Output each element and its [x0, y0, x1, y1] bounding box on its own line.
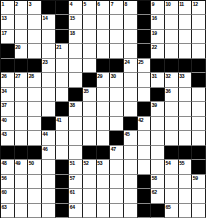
white-cell[interactable]: [138, 146, 152, 160]
white-cell[interactable]: 7: [110, 1, 124, 15]
black-cell: [151, 204, 165, 218]
white-cell[interactable]: [124, 102, 138, 116]
white-cell[interactable]: [138, 160, 152, 174]
clue-number: 10: [166, 1, 171, 7]
white-cell[interactable]: [151, 117, 165, 131]
white-cell[interactable]: [179, 44, 193, 58]
white-cell[interactable]: 51: [69, 160, 83, 174]
white-cell[interactable]: 53: [97, 160, 111, 174]
white-cell[interactable]: [165, 15, 179, 29]
white-cell[interactable]: 30: [110, 73, 124, 87]
white-cell[interactable]: [42, 30, 56, 44]
white-cell[interactable]: [28, 88, 42, 102]
white-cell[interactable]: 17: [1, 30, 15, 44]
clue-number: 60: [2, 189, 7, 195]
white-cell[interactable]: [28, 117, 42, 131]
white-cell[interactable]: 43: [1, 131, 15, 145]
white-cell[interactable]: 34: [1, 88, 15, 102]
white-cell[interactable]: [15, 131, 29, 145]
black-cell: [97, 146, 111, 160]
white-cell[interactable]: [42, 175, 56, 189]
white-cell[interactable]: 57: [69, 175, 83, 189]
clue-number: 57: [70, 175, 75, 181]
white-cell[interactable]: 48: [1, 160, 15, 174]
white-cell[interactable]: [110, 44, 124, 58]
clue-number: 27: [15, 73, 20, 79]
clue-number: 45: [125, 131, 130, 137]
white-cell[interactable]: [97, 44, 111, 58]
white-cell[interactable]: [192, 117, 206, 131]
black-cell: [28, 59, 42, 73]
black-cell: [1, 44, 15, 58]
white-cell[interactable]: [110, 30, 124, 44]
black-cell: [192, 146, 206, 160]
clue-number: 29: [97, 73, 102, 79]
clue-number: 35: [84, 88, 89, 94]
clue-number: 3: [29, 1, 31, 7]
white-cell[interactable]: [69, 44, 83, 58]
clue-number: 5: [84, 1, 86, 7]
clue-number: 11: [179, 1, 184, 7]
black-cell: [179, 146, 193, 160]
white-cell[interactable]: [192, 204, 206, 218]
clue-number: 51: [70, 160, 75, 166]
white-cell[interactable]: 55: [179, 160, 193, 174]
clue-number: 37: [2, 102, 7, 108]
black-cell: [56, 1, 70, 15]
black-cell: [138, 15, 152, 29]
white-cell[interactable]: 61: [69, 189, 83, 203]
white-cell[interactable]: [110, 102, 124, 116]
white-cell[interactable]: 11: [179, 1, 193, 15]
white-cell[interactable]: [110, 88, 124, 102]
clue-number: 34: [2, 88, 7, 94]
clue-number: 7: [111, 1, 113, 7]
white-cell[interactable]: [83, 204, 97, 218]
clue-number: 42: [138, 117, 143, 123]
white-cell[interactable]: [179, 175, 193, 189]
clue-number: 9: [152, 1, 154, 7]
clue-number: 44: [43, 131, 48, 137]
clue-number: 31: [152, 73, 157, 79]
white-cell[interactable]: [179, 15, 193, 29]
white-cell[interactable]: [15, 175, 29, 189]
black-cell: [56, 15, 70, 29]
black-cell: [1, 146, 15, 160]
clue-number: 58: [152, 175, 157, 181]
clue-number: 26: [2, 73, 7, 79]
white-cell[interactable]: 8: [124, 1, 138, 15]
white-cell[interactable]: 59: [192, 175, 206, 189]
clue-number: 13: [2, 15, 7, 21]
black-cell: [110, 131, 124, 145]
white-cell[interactable]: [69, 73, 83, 87]
clue-number: 23: [43, 59, 48, 65]
white-cell[interactable]: [56, 59, 70, 73]
clue-number: 25: [138, 59, 143, 65]
clue-number: 38: [70, 102, 75, 108]
white-cell[interactable]: 40: [1, 117, 15, 131]
clue-number: 50: [29, 160, 34, 166]
white-cell[interactable]: [165, 175, 179, 189]
white-cell[interactable]: 65: [165, 204, 179, 218]
white-cell[interactable]: 10: [165, 1, 179, 15]
black-cell: [28, 146, 42, 160]
white-cell[interactable]: [124, 44, 138, 58]
white-cell[interactable]: [192, 189, 206, 203]
white-cell[interactable]: 33: [179, 73, 193, 87]
white-cell[interactable]: 15: [69, 15, 83, 29]
white-cell[interactable]: 2: [15, 1, 29, 15]
black-cell: [56, 30, 70, 44]
white-cell[interactable]: [110, 189, 124, 203]
black-cell: [69, 88, 83, 102]
white-cell[interactable]: [138, 73, 152, 87]
white-cell[interactable]: [138, 131, 152, 145]
white-cell[interactable]: 58: [151, 175, 165, 189]
clue-number: 17: [2, 30, 7, 36]
white-cell[interactable]: [69, 117, 83, 131]
white-cell[interactable]: [179, 189, 193, 203]
white-cell[interactable]: 44: [42, 131, 56, 145]
white-cell[interactable]: [97, 102, 111, 116]
clue-number: 16: [152, 15, 157, 21]
black-cell: [56, 175, 70, 189]
black-cell: [42, 117, 56, 131]
white-cell[interactable]: 45: [124, 131, 138, 145]
black-cell: [124, 117, 138, 131]
white-cell[interactable]: [192, 44, 206, 58]
white-cell[interactable]: 23: [42, 59, 56, 73]
black-cell: [138, 204, 152, 218]
white-cell[interactable]: [42, 204, 56, 218]
white-cell[interactable]: 12: [192, 1, 206, 15]
white-cell[interactable]: [28, 102, 42, 116]
white-cell[interactable]: [97, 88, 111, 102]
white-cell[interactable]: [28, 189, 42, 203]
black-cell: [56, 189, 70, 203]
white-cell[interactable]: [165, 44, 179, 58]
clue-number: 30: [111, 73, 116, 79]
white-cell[interactable]: [192, 88, 206, 102]
clue-number: 19: [152, 30, 157, 36]
white-cell[interactable]: [110, 204, 124, 218]
white-cell[interactable]: [83, 59, 97, 73]
white-cell[interactable]: 1: [1, 1, 15, 15]
white-cell[interactable]: [179, 88, 193, 102]
black-cell: [138, 30, 152, 44]
white-cell[interactable]: [56, 73, 70, 87]
white-cell[interactable]: [83, 102, 97, 116]
clue-number: 53: [97, 160, 102, 166]
white-cell[interactable]: [124, 146, 138, 160]
white-cell[interactable]: [15, 102, 29, 116]
clue-number: 47: [111, 146, 116, 152]
black-cell: [165, 146, 179, 160]
white-cell[interactable]: [124, 88, 138, 102]
black-cell: [138, 189, 152, 203]
clue-number: 28: [29, 73, 34, 79]
clue-number: 39: [152, 102, 157, 108]
clue-number: 40: [2, 117, 7, 123]
white-cell[interactable]: [42, 102, 56, 116]
white-cell[interactable]: [15, 189, 29, 203]
clue-number: 2: [15, 1, 17, 7]
clue-number: 20: [15, 44, 20, 50]
white-cell[interactable]: 25: [138, 59, 152, 73]
white-cell[interactable]: [110, 15, 124, 29]
white-cell[interactable]: 4: [69, 1, 83, 15]
white-cell[interactable]: [83, 175, 97, 189]
clue-number: 22: [152, 44, 157, 50]
white-cell[interactable]: 52: [83, 160, 97, 174]
black-cell: [192, 160, 206, 174]
white-cell[interactable]: 19: [151, 30, 165, 44]
black-cell: [15, 146, 29, 160]
white-cell[interactable]: [42, 189, 56, 203]
clue-number: 52: [84, 160, 89, 166]
clue-number: 36: [166, 88, 171, 94]
white-cell[interactable]: [97, 15, 111, 29]
white-cell[interactable]: 38: [69, 102, 83, 116]
white-cell[interactable]: [83, 30, 97, 44]
white-cell[interactable]: [69, 59, 83, 73]
clue-number: 54: [166, 160, 171, 166]
white-cell[interactable]: 64: [69, 204, 83, 218]
white-cell[interactable]: [124, 204, 138, 218]
white-cell[interactable]: [15, 15, 29, 29]
white-cell[interactable]: [138, 88, 152, 102]
white-cell[interactable]: [124, 30, 138, 44]
black-cell: [97, 59, 111, 73]
white-cell[interactable]: [179, 30, 193, 44]
white-cell[interactable]: 35: [83, 88, 97, 102]
white-cell[interactable]: [165, 102, 179, 116]
white-cell[interactable]: [124, 175, 138, 189]
white-cell[interactable]: [151, 146, 165, 160]
white-cell[interactable]: [97, 175, 111, 189]
black-cell: [56, 160, 70, 174]
black-cell: [56, 204, 70, 218]
white-cell[interactable]: 3: [28, 1, 42, 15]
white-cell[interactable]: [192, 30, 206, 44]
black-cell: [110, 59, 124, 73]
white-cell[interactable]: 41: [56, 117, 70, 131]
white-cell[interactable]: [97, 189, 111, 203]
white-cell[interactable]: 47: [110, 146, 124, 160]
black-cell: [165, 59, 179, 73]
white-cell[interactable]: [179, 117, 193, 131]
clue-number: 63: [2, 204, 7, 210]
white-cell[interactable]: 50: [28, 160, 42, 174]
clue-number: 8: [125, 1, 127, 7]
white-cell[interactable]: 63: [1, 204, 15, 218]
white-cell[interactable]: 46: [42, 146, 56, 160]
clue-number: 32: [166, 73, 171, 79]
white-cell[interactable]: [42, 44, 56, 58]
clue-number: 6: [97, 1, 99, 7]
black-cell: [15, 59, 29, 73]
white-cell[interactable]: [28, 175, 42, 189]
white-cell[interactable]: [56, 131, 70, 145]
white-cell[interactable]: 24: [124, 59, 138, 73]
white-cell[interactable]: [15, 117, 29, 131]
white-cell[interactable]: [124, 189, 138, 203]
crossword-grid: 1234567891011121314151617181920212223242…: [0, 0, 206, 218]
clue-number: 12: [193, 1, 198, 7]
clue-number: 33: [179, 73, 184, 79]
clue-number: 41: [56, 117, 61, 123]
clue-number: 59: [193, 175, 198, 181]
white-cell[interactable]: [42, 73, 56, 87]
white-cell[interactable]: [28, 30, 42, 44]
white-cell[interactable]: [124, 15, 138, 29]
white-cell[interactable]: [110, 117, 124, 131]
white-cell[interactable]: 5: [83, 1, 97, 15]
black-cell: [138, 44, 152, 58]
black-cell: [83, 73, 97, 87]
white-cell[interactable]: 26: [1, 73, 15, 87]
black-cell: [1, 59, 15, 73]
clue-number: 49: [15, 160, 20, 166]
white-cell[interactable]: 13: [1, 15, 15, 29]
black-cell: [151, 59, 165, 73]
black-cell: [83, 146, 97, 160]
black-cell: [179, 59, 193, 73]
white-cell[interactable]: 36: [165, 88, 179, 102]
clue-number: 4: [70, 1, 72, 7]
white-cell[interactable]: [83, 189, 97, 203]
white-cell[interactable]: 39: [151, 102, 165, 116]
white-cell[interactable]: 22: [151, 44, 165, 58]
white-cell[interactable]: 9: [151, 1, 165, 15]
white-cell[interactable]: 6: [97, 1, 111, 15]
white-cell[interactable]: [28, 204, 42, 218]
black-cell: [151, 88, 165, 102]
black-cell: [192, 59, 206, 73]
clue-number: 46: [43, 146, 48, 152]
white-cell[interactable]: 60: [1, 189, 15, 203]
white-cell[interactable]: 20: [15, 44, 29, 58]
white-cell[interactable]: 56: [1, 175, 15, 189]
white-cell[interactable]: [83, 131, 97, 145]
white-cell[interactable]: [97, 117, 111, 131]
clue-number: 21: [56, 44, 61, 50]
black-cell: [192, 73, 206, 87]
clue-number: 65: [166, 204, 171, 210]
white-cell[interactable]: [15, 30, 29, 44]
clue-number: 1: [2, 1, 4, 7]
white-cell[interactable]: 49: [15, 160, 29, 174]
clue-number: 43: [2, 131, 7, 137]
white-cell[interactable]: 27: [15, 73, 29, 87]
white-cell[interactable]: [97, 131, 111, 145]
black-cell: [138, 1, 152, 15]
clue-number: 55: [179, 160, 184, 166]
white-cell[interactable]: [28, 15, 42, 29]
white-cell[interactable]: [110, 175, 124, 189]
clue-number: 18: [70, 30, 75, 36]
clue-number: 48: [2, 160, 7, 166]
white-cell[interactable]: [124, 73, 138, 87]
white-cell[interactable]: [124, 160, 138, 174]
black-cell: [42, 1, 56, 15]
white-cell[interactable]: 29: [97, 73, 111, 87]
white-cell[interactable]: [42, 88, 56, 102]
white-cell[interactable]: [15, 204, 29, 218]
white-cell[interactable]: [83, 44, 97, 58]
white-cell[interactable]: [179, 102, 193, 116]
white-cell[interactable]: [179, 131, 193, 145]
white-cell[interactable]: 32: [165, 73, 179, 87]
white-cell[interactable]: [192, 15, 206, 29]
white-cell[interactable]: [15, 88, 29, 102]
white-cell[interactable]: [179, 204, 193, 218]
white-cell[interactable]: [56, 88, 70, 102]
white-cell[interactable]: 21: [56, 44, 70, 58]
white-cell[interactable]: 16: [151, 15, 165, 29]
clue-number: 24: [125, 59, 130, 65]
white-cell[interactable]: 28: [28, 73, 42, 87]
white-cell[interactable]: [165, 131, 179, 145]
white-cell[interactable]: [56, 146, 70, 160]
white-cell[interactable]: 37: [1, 102, 15, 116]
white-cell[interactable]: [192, 102, 206, 116]
white-cell[interactable]: [110, 160, 124, 174]
white-cell[interactable]: [83, 15, 97, 29]
white-cell[interactable]: [192, 131, 206, 145]
black-cell: [138, 175, 152, 189]
black-cell: [56, 102, 70, 116]
black-cell: [138, 102, 152, 116]
white-cell[interactable]: [83, 117, 97, 131]
clue-number: 62: [152, 189, 157, 195]
white-cell[interactable]: [151, 131, 165, 145]
white-cell[interactable]: [28, 131, 42, 145]
white-cell[interactable]: [151, 160, 165, 174]
white-cell[interactable]: [69, 146, 83, 160]
white-cell[interactable]: [165, 30, 179, 44]
white-cell[interactable]: 14: [42, 15, 56, 29]
white-cell[interactable]: 18: [69, 30, 83, 44]
white-cell[interactable]: 54: [165, 160, 179, 174]
white-cell[interactable]: [165, 117, 179, 131]
white-cell[interactable]: [42, 160, 56, 174]
clue-number: 64: [70, 204, 75, 210]
white-cell[interactable]: 42: [138, 117, 152, 131]
clue-number: 15: [70, 15, 75, 21]
white-cell[interactable]: 31: [151, 73, 165, 87]
white-cell[interactable]: [69, 131, 83, 145]
white-cell[interactable]: [97, 204, 111, 218]
white-cell[interactable]: 62: [151, 189, 165, 203]
white-cell[interactable]: [97, 30, 111, 44]
clue-number: 56: [2, 175, 7, 181]
white-cell[interactable]: [28, 44, 42, 58]
white-cell[interactable]: [165, 189, 179, 203]
clue-number: 61: [70, 189, 75, 195]
clue-number: 14: [43, 15, 48, 21]
